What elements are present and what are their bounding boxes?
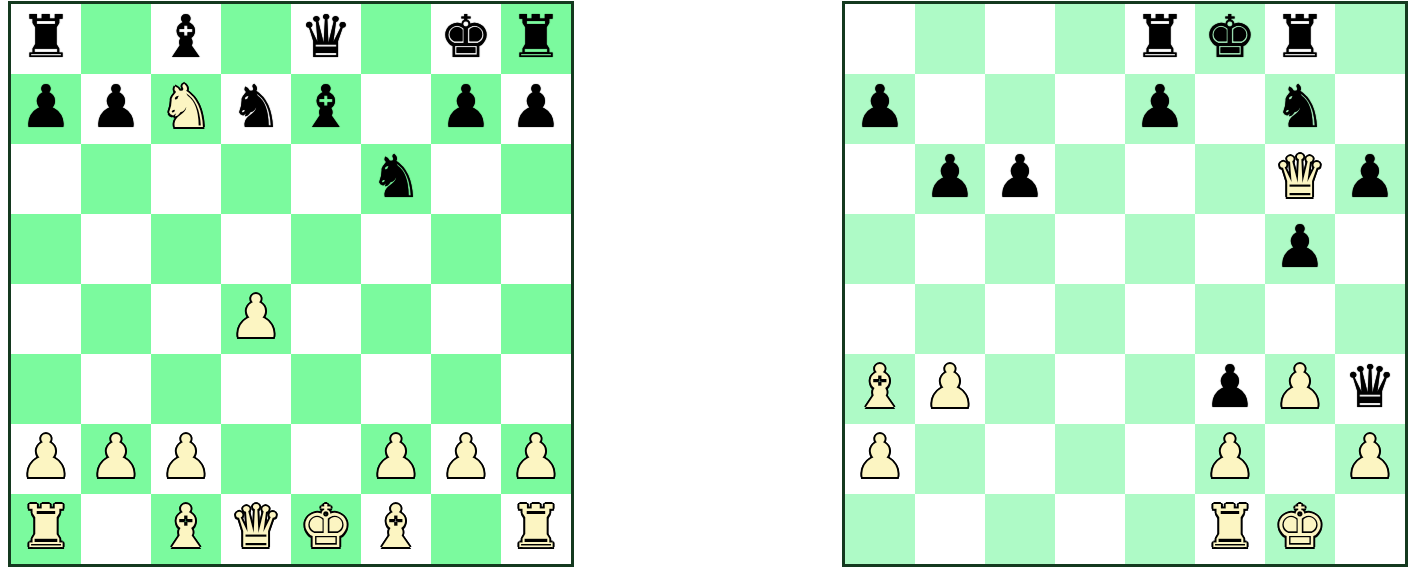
square-b5[interactable]: [81, 214, 151, 284]
square-f3[interactable]: ♟: [1195, 354, 1265, 424]
square-f8[interactable]: ♚: [1195, 4, 1265, 74]
square-b1[interactable]: [915, 494, 985, 564]
square-a3[interactable]: [11, 354, 81, 424]
square-b5[interactable]: [915, 214, 985, 284]
square-f1[interactable]: ♜: [1195, 494, 1265, 564]
square-g4[interactable]: [431, 284, 501, 354]
square-b1[interactable]: [81, 494, 151, 564]
black-bishop-piece: ♝: [160, 2, 213, 72]
square-e2[interactable]: [1125, 424, 1195, 494]
square-g6[interactable]: ♛: [1265, 144, 1335, 214]
square-d2[interactable]: [221, 424, 291, 494]
white-bishop-piece: ♝: [160, 492, 213, 562]
square-c3[interactable]: [151, 354, 221, 424]
square-g8[interactable]: ♚: [431, 4, 501, 74]
square-d8[interactable]: [221, 4, 291, 74]
square-c5[interactable]: [151, 214, 221, 284]
square-f6[interactable]: ♞: [361, 144, 431, 214]
square-g3[interactable]: [431, 354, 501, 424]
square-a6[interactable]: [11, 144, 81, 214]
white-pawn-piece: ♟: [160, 422, 213, 492]
square-b4[interactable]: [81, 284, 151, 354]
square-d6[interactable]: [1055, 144, 1125, 214]
square-c8[interactable]: [985, 4, 1055, 74]
square-e7[interactable]: ♟: [1125, 74, 1195, 144]
square-a7[interactable]: ♟: [11, 74, 81, 144]
square-a5[interactable]: [11, 214, 81, 284]
black-bishop-piece: ♝: [300, 72, 353, 142]
square-f5[interactable]: [361, 214, 431, 284]
square-h4[interactable]: [501, 284, 571, 354]
square-e4[interactable]: [291, 284, 361, 354]
white-pawn-piece: ♟: [440, 422, 493, 492]
white-pawn-piece: ♟: [1274, 352, 1327, 422]
square-g1[interactable]: ♚: [1265, 494, 1335, 564]
square-c6[interactable]: ♟: [985, 144, 1055, 214]
square-f4[interactable]: [361, 284, 431, 354]
black-king-piece: ♚: [440, 2, 493, 72]
square-f2[interactable]: ♟: [361, 424, 431, 494]
square-h8[interactable]: ♜: [501, 4, 571, 74]
black-pawn-piece: ♟: [854, 72, 907, 142]
square-a2[interactable]: ♟: [11, 424, 81, 494]
square-f7[interactable]: [361, 74, 431, 144]
square-d1[interactable]: ♛: [221, 494, 291, 564]
square-e6[interactable]: [1125, 144, 1195, 214]
square-h4[interactable]: [1335, 284, 1405, 354]
square-b7[interactable]: ♟: [81, 74, 151, 144]
square-a4[interactable]: [11, 284, 81, 354]
square-h2[interactable]: ♟: [1335, 424, 1405, 494]
square-h2[interactable]: ♟: [501, 424, 571, 494]
square-f1[interactable]: ♝: [361, 494, 431, 564]
square-h3[interactable]: [501, 354, 571, 424]
white-pawn-piece: ♟: [370, 422, 423, 492]
white-pawn-piece: ♟: [510, 422, 563, 492]
square-d4[interactable]: [1055, 284, 1125, 354]
white-queen-piece: ♛: [1274, 142, 1327, 212]
square-a3[interactable]: ♝: [845, 354, 915, 424]
square-d7[interactable]: ♞: [221, 74, 291, 144]
square-g1[interactable]: [431, 494, 501, 564]
square-a6[interactable]: [845, 144, 915, 214]
square-g8[interactable]: ♜: [1265, 4, 1335, 74]
square-a1[interactable]: [845, 494, 915, 564]
square-g4[interactable]: [1265, 284, 1335, 354]
square-b7[interactable]: [915, 74, 985, 144]
square-c7[interactable]: [985, 74, 1055, 144]
square-e1[interactable]: [1125, 494, 1195, 564]
square-h1[interactable]: ♜: [501, 494, 571, 564]
white-pawn-piece: ♟: [230, 282, 283, 352]
square-c2[interactable]: ♟: [151, 424, 221, 494]
white-rook-piece: ♜: [1204, 492, 1257, 562]
white-king-piece: ♚: [300, 492, 353, 562]
square-h3[interactable]: ♛: [1335, 354, 1405, 424]
square-e7[interactable]: ♝: [291, 74, 361, 144]
white-king-piece: ♚: [1274, 492, 1327, 562]
square-g6[interactable]: [431, 144, 501, 214]
black-knight-piece: ♞: [230, 72, 283, 142]
black-queen-piece: ♛: [1344, 352, 1397, 422]
square-h5[interactable]: [1335, 214, 1405, 284]
square-h8[interactable]: [1335, 4, 1405, 74]
square-b8[interactable]: [81, 4, 151, 74]
black-rook-piece: ♜: [1134, 2, 1187, 72]
black-pawn-piece: ♟: [1204, 352, 1257, 422]
square-g7[interactable]: ♞: [1265, 74, 1335, 144]
square-d1[interactable]: [1055, 494, 1125, 564]
square-e5[interactable]: [1125, 214, 1195, 284]
chess-board-left: ♜♝♛♚♜♟♟♞♞♝♟♟♞♟♟♟♟♟♟♟♜♝♛♚♝♜: [8, 1, 574, 567]
white-pawn-piece: ♟: [1344, 422, 1397, 492]
square-c1[interactable]: ♝: [151, 494, 221, 564]
black-pawn-piece: ♟: [1344, 142, 1397, 212]
square-b2[interactable]: [915, 424, 985, 494]
square-b3[interactable]: [81, 354, 151, 424]
square-h6[interactable]: ♟: [1335, 144, 1405, 214]
black-rook-piece: ♜: [510, 2, 563, 72]
black-rook-piece: ♜: [20, 2, 73, 72]
square-d4[interactable]: ♟: [221, 284, 291, 354]
black-rook-piece: ♜: [1274, 2, 1327, 72]
white-rook-piece: ♜: [510, 492, 563, 562]
black-queen-piece: ♛: [300, 2, 353, 72]
square-d3[interactable]: [221, 354, 291, 424]
square-c4[interactable]: [151, 284, 221, 354]
white-bishop-piece: ♝: [854, 352, 907, 422]
square-e2[interactable]: [291, 424, 361, 494]
white-rook-piece: ♜: [20, 492, 73, 562]
black-pawn-piece: ♟: [90, 72, 143, 142]
square-a1[interactable]: ♜: [11, 494, 81, 564]
square-c5[interactable]: [985, 214, 1055, 284]
square-d2[interactable]: [1055, 424, 1125, 494]
square-e6[interactable]: [291, 144, 361, 214]
white-pawn-piece: ♟: [20, 422, 73, 492]
square-a8[interactable]: ♜: [11, 4, 81, 74]
square-d3[interactable]: [1055, 354, 1125, 424]
square-a7[interactable]: ♟: [845, 74, 915, 144]
square-c6[interactable]: [151, 144, 221, 214]
black-pawn-piece: ♟: [924, 142, 977, 212]
square-g2[interactable]: ♟: [431, 424, 501, 494]
white-pawn-piece: ♟: [924, 352, 977, 422]
square-c1[interactable]: [985, 494, 1055, 564]
square-e8[interactable]: ♛: [291, 4, 361, 74]
square-b3[interactable]: ♟: [915, 354, 985, 424]
black-knight-piece: ♞: [1274, 72, 1327, 142]
black-king-piece: ♚: [1204, 2, 1257, 72]
white-pawn-piece: ♟: [90, 422, 143, 492]
square-e3[interactable]: [291, 354, 361, 424]
square-d7[interactable]: [1055, 74, 1125, 144]
square-e1[interactable]: ♚: [291, 494, 361, 564]
square-f3[interactable]: [361, 354, 431, 424]
square-e4[interactable]: [1125, 284, 1195, 354]
square-g7[interactable]: ♟: [431, 74, 501, 144]
square-h5[interactable]: [501, 214, 571, 284]
black-pawn-piece: ♟: [994, 142, 1047, 212]
square-b4[interactable]: [915, 284, 985, 354]
chess-board-right: ♜♚♜♟♟♞♟♟♛♟♟♝♟♟♟♛♟♟♟♜♚: [842, 1, 1408, 567]
black-pawn-piece: ♟: [20, 72, 73, 142]
square-h7[interactable]: [1335, 74, 1405, 144]
square-g5[interactable]: [431, 214, 501, 284]
square-d5[interactable]: [1055, 214, 1125, 284]
square-e3[interactable]: [1125, 354, 1195, 424]
square-h1[interactable]: [1335, 494, 1405, 564]
black-pawn-piece: ♟: [1134, 72, 1187, 142]
square-e5[interactable]: [291, 214, 361, 284]
square-e8[interactable]: ♜: [1125, 4, 1195, 74]
square-f2[interactable]: ♟: [1195, 424, 1265, 494]
black-pawn-piece: ♟: [1274, 212, 1327, 282]
square-b8[interactable]: [915, 4, 985, 74]
square-h7[interactable]: ♟: [501, 74, 571, 144]
square-b2[interactable]: ♟: [81, 424, 151, 494]
square-f6[interactable]: [1195, 144, 1265, 214]
square-a8[interactable]: [845, 4, 915, 74]
square-g5[interactable]: ♟: [1265, 214, 1335, 284]
square-c4[interactable]: [985, 284, 1055, 354]
square-c7[interactable]: ♞: [151, 74, 221, 144]
square-a2[interactable]: ♟: [845, 424, 915, 494]
square-f8[interactable]: [361, 4, 431, 74]
square-f4[interactable]: [1195, 284, 1265, 354]
square-b6[interactable]: [81, 144, 151, 214]
square-c3[interactable]: [985, 354, 1055, 424]
square-d8[interactable]: [1055, 4, 1125, 74]
black-knight-piece: ♞: [370, 142, 423, 212]
white-bishop-piece: ♝: [370, 492, 423, 562]
square-a5[interactable]: [845, 214, 915, 284]
black-pawn-piece: ♟: [440, 72, 493, 142]
square-b6[interactable]: ♟: [915, 144, 985, 214]
square-f5[interactable]: [1195, 214, 1265, 284]
white-pawn-piece: ♟: [854, 422, 907, 492]
square-d5[interactable]: [221, 214, 291, 284]
square-g2[interactable]: [1265, 424, 1335, 494]
square-h6[interactable]: [501, 144, 571, 214]
square-g3[interactable]: ♟: [1265, 354, 1335, 424]
white-pawn-piece: ♟: [1204, 422, 1257, 492]
black-pawn-piece: ♟: [510, 72, 563, 142]
white-queen-piece: ♛: [230, 492, 283, 562]
square-a4[interactable]: [845, 284, 915, 354]
square-c2[interactable]: [985, 424, 1055, 494]
square-d6[interactable]: [221, 144, 291, 214]
square-f7[interactable]: [1195, 74, 1265, 144]
square-c8[interactable]: ♝: [151, 4, 221, 74]
white-knight-piece: ♞: [160, 72, 213, 142]
